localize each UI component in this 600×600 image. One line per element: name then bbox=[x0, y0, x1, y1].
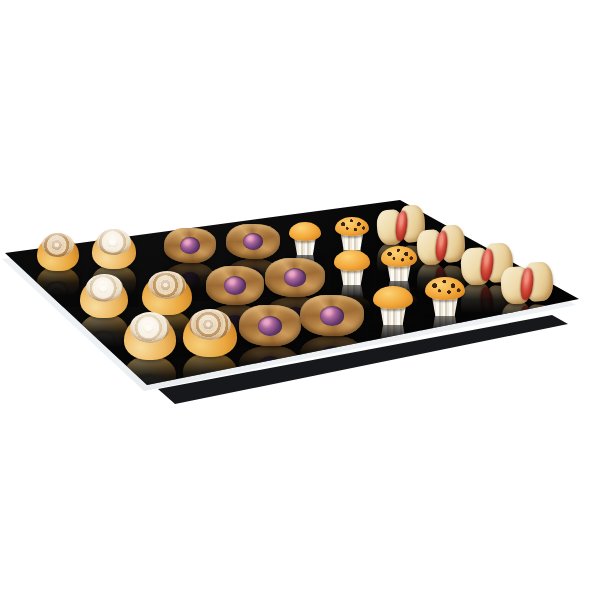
roll-swirl-top bbox=[148, 271, 186, 299]
muffin-dome bbox=[373, 286, 413, 308]
pastry-tray-photo bbox=[0, 0, 600, 600]
pastries bbox=[0, 0, 600, 600]
plum-galette bbox=[300, 294, 364, 338]
roll-swirl-top bbox=[189, 309, 230, 340]
mini-muffin-plain bbox=[287, 222, 323, 256]
strawberry-puff-pastry bbox=[417, 226, 465, 266]
plum-center bbox=[320, 306, 344, 326]
cinnamon-roll bbox=[182, 309, 238, 357]
cinnamon-roll bbox=[36, 233, 80, 271]
cinnamon-roll-frosted bbox=[79, 274, 129, 318]
strawberry-puff-pastry bbox=[501, 263, 553, 305]
mini-muffin-chocolate-chip bbox=[423, 277, 467, 317]
muffin-dome bbox=[335, 217, 369, 236]
mini-muffin-chocolate-chip bbox=[333, 217, 371, 251]
plum-galette bbox=[206, 265, 264, 307]
cinnamon-roll-frosted bbox=[123, 312, 177, 360]
muffin-dome bbox=[425, 277, 465, 299]
muffin-dome bbox=[289, 222, 321, 241]
mini-muffin-plain bbox=[371, 286, 415, 326]
mini-muffin-plain bbox=[332, 250, 372, 286]
cinnamon-roll-frosted bbox=[91, 229, 137, 269]
muffin-dome bbox=[334, 250, 370, 270]
roll-swirl-top bbox=[130, 312, 170, 343]
plum-galette bbox=[164, 227, 216, 265]
roll-swirl-top bbox=[97, 229, 131, 255]
plum-center bbox=[258, 316, 282, 336]
roll-swirl-top bbox=[86, 274, 123, 302]
plum-galette bbox=[265, 257, 325, 299]
plum-galette bbox=[226, 223, 280, 261]
mini-muffin-chocolate-chip bbox=[379, 246, 419, 282]
plum-galette bbox=[239, 304, 301, 348]
muffin-dome bbox=[381, 246, 417, 266]
